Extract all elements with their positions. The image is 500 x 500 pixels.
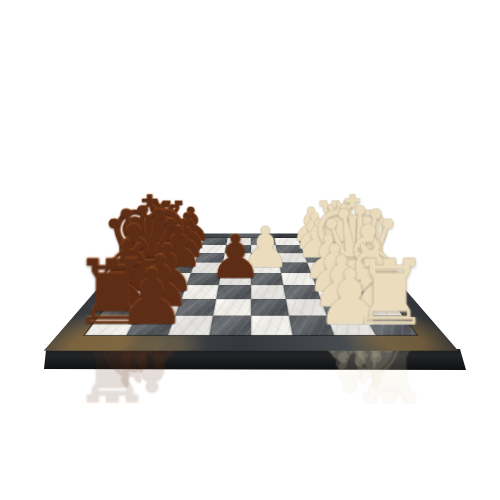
black-rook-h8: ♜♜ (118, 187, 215, 242)
square-d3 (281, 273, 315, 285)
square-c8 (112, 285, 155, 299)
square-b6 (175, 299, 216, 315)
board-squares (85, 238, 417, 335)
square-b7 (137, 299, 181, 315)
square-c3 (283, 285, 320, 299)
square-c4 (251, 285, 286, 299)
square-a5 (209, 316, 251, 336)
square-a7 (126, 316, 175, 336)
square-e3 (279, 262, 311, 273)
square-e6 (191, 262, 223, 273)
square-e1 (335, 262, 371, 273)
square-b2 (321, 299, 365, 315)
square-h6 (201, 238, 227, 245)
square-f4 (251, 253, 279, 262)
square-c5 (216, 285, 251, 299)
square-c7 (146, 285, 186, 299)
square-h7 (177, 238, 205, 245)
square-d6 (187, 273, 221, 285)
white-rook-h1: ♜♜ (287, 187, 384, 242)
square-a2 (327, 316, 376, 336)
square-f7 (167, 253, 198, 262)
square-d7 (154, 273, 191, 285)
white-pawn-h2: ♟♟ (263, 195, 360, 242)
square-a4 (251, 316, 293, 336)
square-d2 (311, 273, 348, 285)
square-g3 (276, 245, 304, 253)
chess-board: ♜♜♟♟♟♟♜♜♞♞♟♟♟♟♞♞♝♝♟♟♟♟♝♝♚♚♟♟♟♟♚♚♛♛♟♟♟♟♛♛… (44, 233, 459, 350)
square-c6 (181, 285, 218, 299)
square-e5 (221, 262, 251, 273)
square-a1 (365, 316, 418, 336)
square-g7 (172, 245, 201, 253)
square-c1 (348, 285, 391, 299)
square-d1 (341, 273, 380, 285)
square-d8 (122, 273, 161, 285)
square-b8 (99, 299, 146, 315)
square-f3 (277, 253, 307, 262)
square-c2 (315, 285, 355, 299)
square-h1 (321, 238, 350, 245)
square-e4 (251, 262, 281, 273)
square-b4 (251, 299, 289, 315)
square-h4 (251, 238, 276, 245)
square-g1 (325, 245, 356, 253)
square-a6 (168, 316, 213, 336)
square-f6 (195, 253, 225, 262)
chess-set-photo: ♜♜♟♟♟♟♜♜♞♞♟♟♟♟♞♞♝♝♟♟♟♟♝♝♚♚♟♟♟♟♚♚♛♛♟♟♟♟♛♛… (0, 0, 500, 500)
square-a3 (289, 316, 334, 336)
square-f1 (330, 253, 363, 262)
square-a8 (85, 316, 138, 336)
square-g5 (225, 245, 251, 253)
square-d4 (251, 273, 283, 285)
square-e7 (161, 262, 195, 273)
square-h5 (226, 238, 251, 245)
square-h3 (274, 238, 300, 245)
square-b3 (286, 299, 327, 315)
square-g4 (251, 245, 277, 253)
square-b1 (356, 299, 403, 315)
square-g6 (198, 245, 226, 253)
square-f5 (223, 253, 251, 262)
square-b5 (213, 299, 251, 315)
black-pawn-h7: ♟♟ (142, 195, 239, 242)
square-d5 (219, 273, 251, 285)
